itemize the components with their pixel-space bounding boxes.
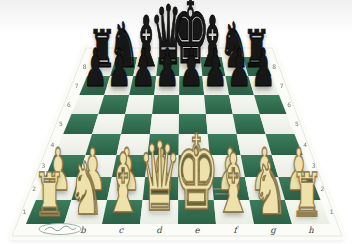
chess-set-photo: abcdefgh8877665544332211 ♜♞♝♛♚♝♞♜♟♟♟♟♟♟♟…	[0, 0, 352, 244]
piece-black-pawn-h7[interactable]: ♟	[213, 43, 313, 95]
piece-white-rook-h1[interactable]: ♜	[257, 164, 352, 224]
pieces-layer: ♜♞♝♛♚♝♞♜♟♟♟♟♟♟♟♟♟♟♟♟♟♟♟♟♜♞♝♛♚♝♞♜	[0, 0, 352, 244]
